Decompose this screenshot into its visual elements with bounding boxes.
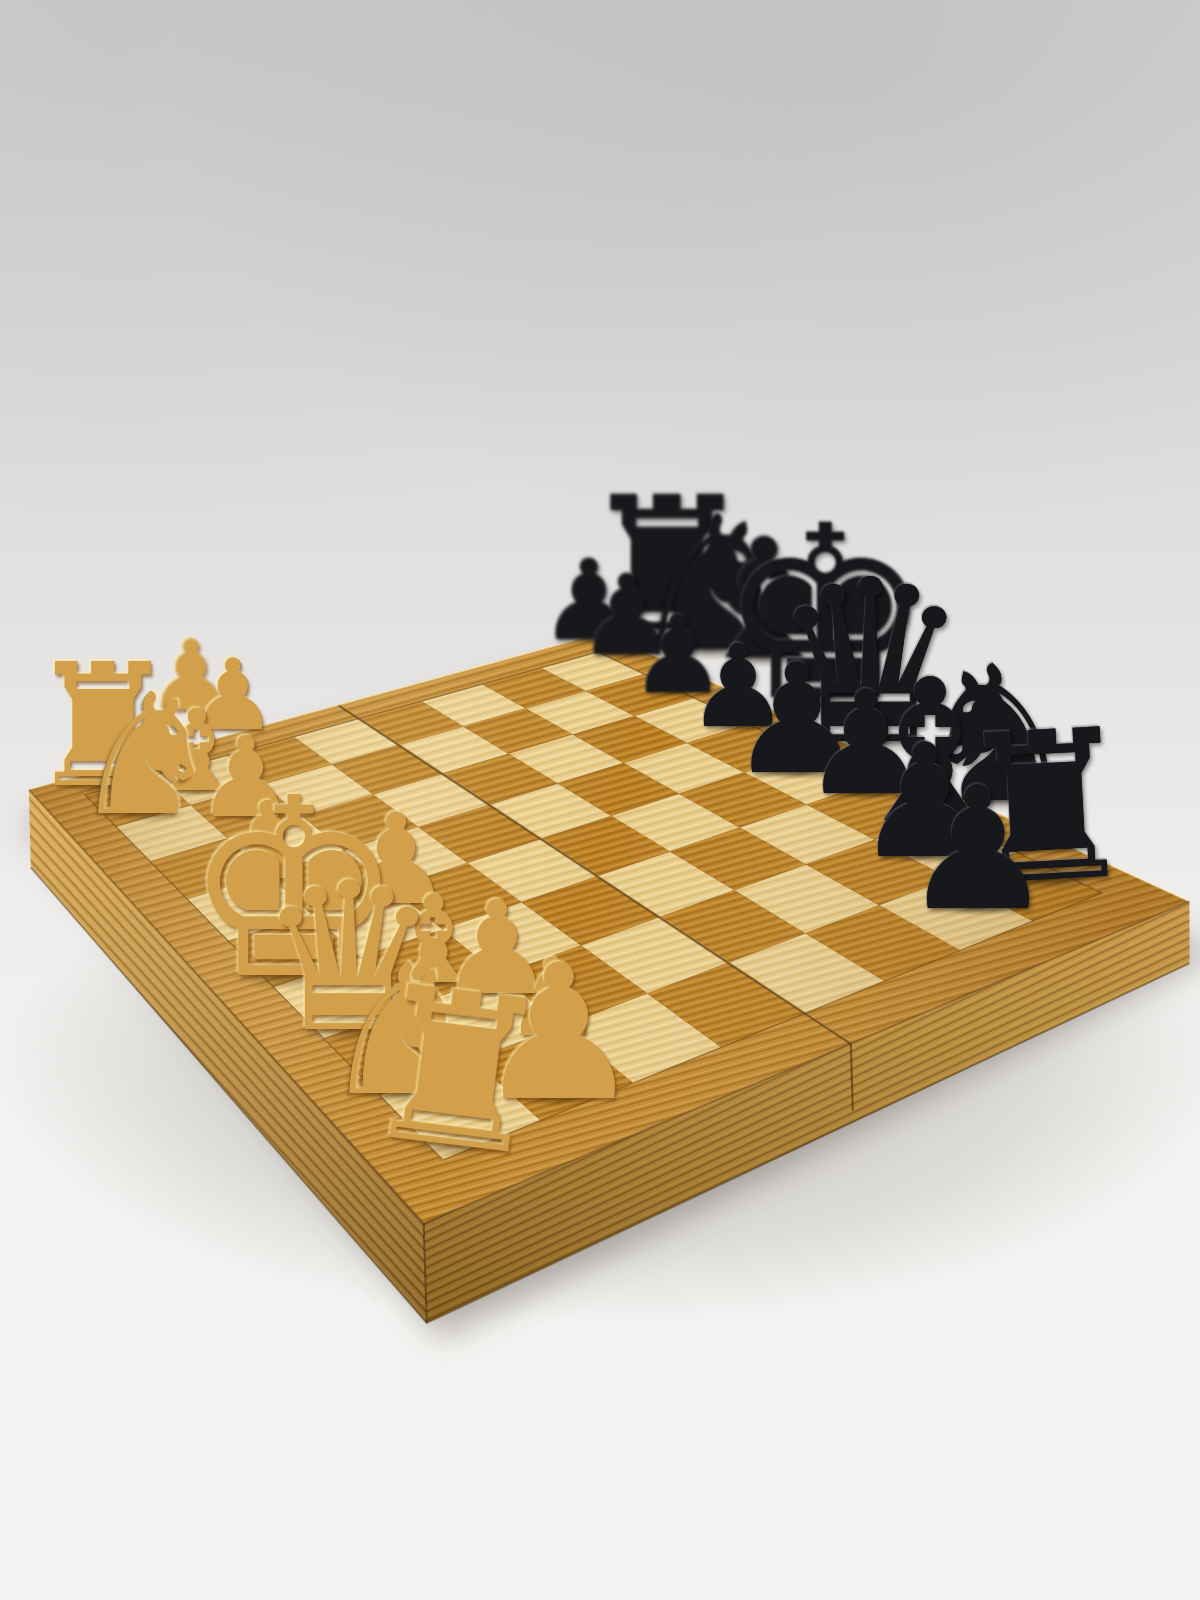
chess-set-photo: ♜♞♟♟♝♟♟♚♟♛♝♟♟♞♜♟♟♟♜♞♝♟♟♟♚♛♟♝♟♞♟♜ bbox=[0, 0, 1200, 1600]
piece-black-pawn: ♟ bbox=[902, 764, 1054, 934]
piece-white-rook: ♜ bbox=[351, 955, 565, 1189]
pieces-layer: ♜♞♟♟♝♟♟♚♟♛♝♟♟♞♜♟♟♟♜♞♝♟♟♟♚♛♟♝♟♞♟♜ bbox=[0, 0, 1200, 1600]
